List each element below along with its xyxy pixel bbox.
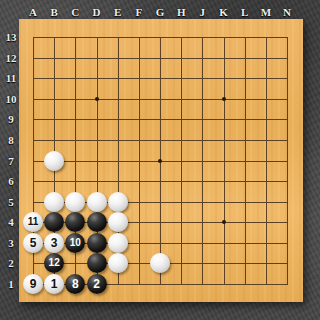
hoshi-point-k10 [222,97,226,101]
white-stone-a3: 5 [23,233,43,253]
column-label-c: C [71,6,79,18]
row-label-2: 2 [8,257,14,269]
black-stone-c4 [65,212,85,232]
row-label-10: 10 [6,93,17,105]
white-stone-a1: 9 [23,274,43,294]
column-label-b: B [50,6,57,18]
black-stone-c3: 10 [65,233,85,253]
hoshi-point-k4 [222,220,226,224]
white-stone-e4 [108,212,128,232]
black-stone-c1: 8 [65,274,85,294]
board-grid: 115310129182 [33,37,288,285]
move-number-label: 9 [30,278,37,290]
row-label-3: 3 [8,237,14,249]
grid-line-vertical [266,37,267,285]
move-number-label: 11 [28,217,39,227]
column-label-a: A [29,6,37,18]
white-stone-b5 [44,192,64,212]
black-stone-d2 [87,253,107,273]
row-label-12: 12 [6,52,17,64]
white-stone-e2 [108,253,128,273]
column-label-m: M [261,6,271,18]
grid-line-horizontal [33,181,288,182]
row-label-7: 7 [8,155,14,167]
row-label-9: 9 [8,113,14,125]
row-label-6: 6 [8,175,14,187]
grid-line-vertical [287,37,288,285]
grid-line-vertical [245,37,246,285]
move-number-label: 3 [51,237,58,249]
black-stone-d3 [87,233,107,253]
column-label-g: G [156,6,165,18]
column-label-h: H [177,6,186,18]
go-board-diagram: 115310129182 ABCDEFGHJKLMN13121110987654… [0,0,320,320]
column-label-l: L [241,6,248,18]
grid-line-vertical [202,37,203,285]
grid-line-vertical [181,37,182,285]
move-number-label: 5 [30,237,37,249]
row-label-13: 13 [6,31,17,43]
white-stone-e5 [108,192,128,212]
move-number-label: 10 [70,238,81,248]
column-label-f: F [135,6,142,18]
black-stone-d1: 2 [87,274,107,294]
white-stone-c5 [65,192,85,212]
hoshi-point-d10 [95,97,99,101]
grid-line-vertical [224,37,225,285]
row-label-8: 8 [8,134,14,146]
move-number-label: 1 [51,278,58,290]
white-stone-b7 [44,151,64,171]
hoshi-point-g7 [158,159,162,163]
row-label-11: 11 [6,72,16,84]
white-stone-g2 [150,253,170,273]
move-number-label: 12 [49,258,60,268]
column-label-e: E [114,6,121,18]
white-stone-e3 [108,233,128,253]
move-number-label: 8 [72,278,79,290]
move-number-label: 2 [93,278,100,290]
go-board: 115310129182 [19,19,303,302]
black-stone-d4 [87,212,107,232]
black-stone-b2: 12 [44,253,64,273]
column-label-j: J [200,6,206,18]
column-label-k: K [219,6,228,18]
row-label-5: 5 [8,196,14,208]
white-stone-b3: 3 [44,233,64,253]
column-label-d: D [93,6,101,18]
white-stone-a4: 11 [23,212,43,232]
black-stone-b4 [44,212,64,232]
white-stone-d5 [87,192,107,212]
column-label-n: N [283,6,291,18]
white-stone-b1: 1 [44,274,64,294]
row-label-4: 4 [8,216,14,228]
row-label-1: 1 [8,278,14,290]
